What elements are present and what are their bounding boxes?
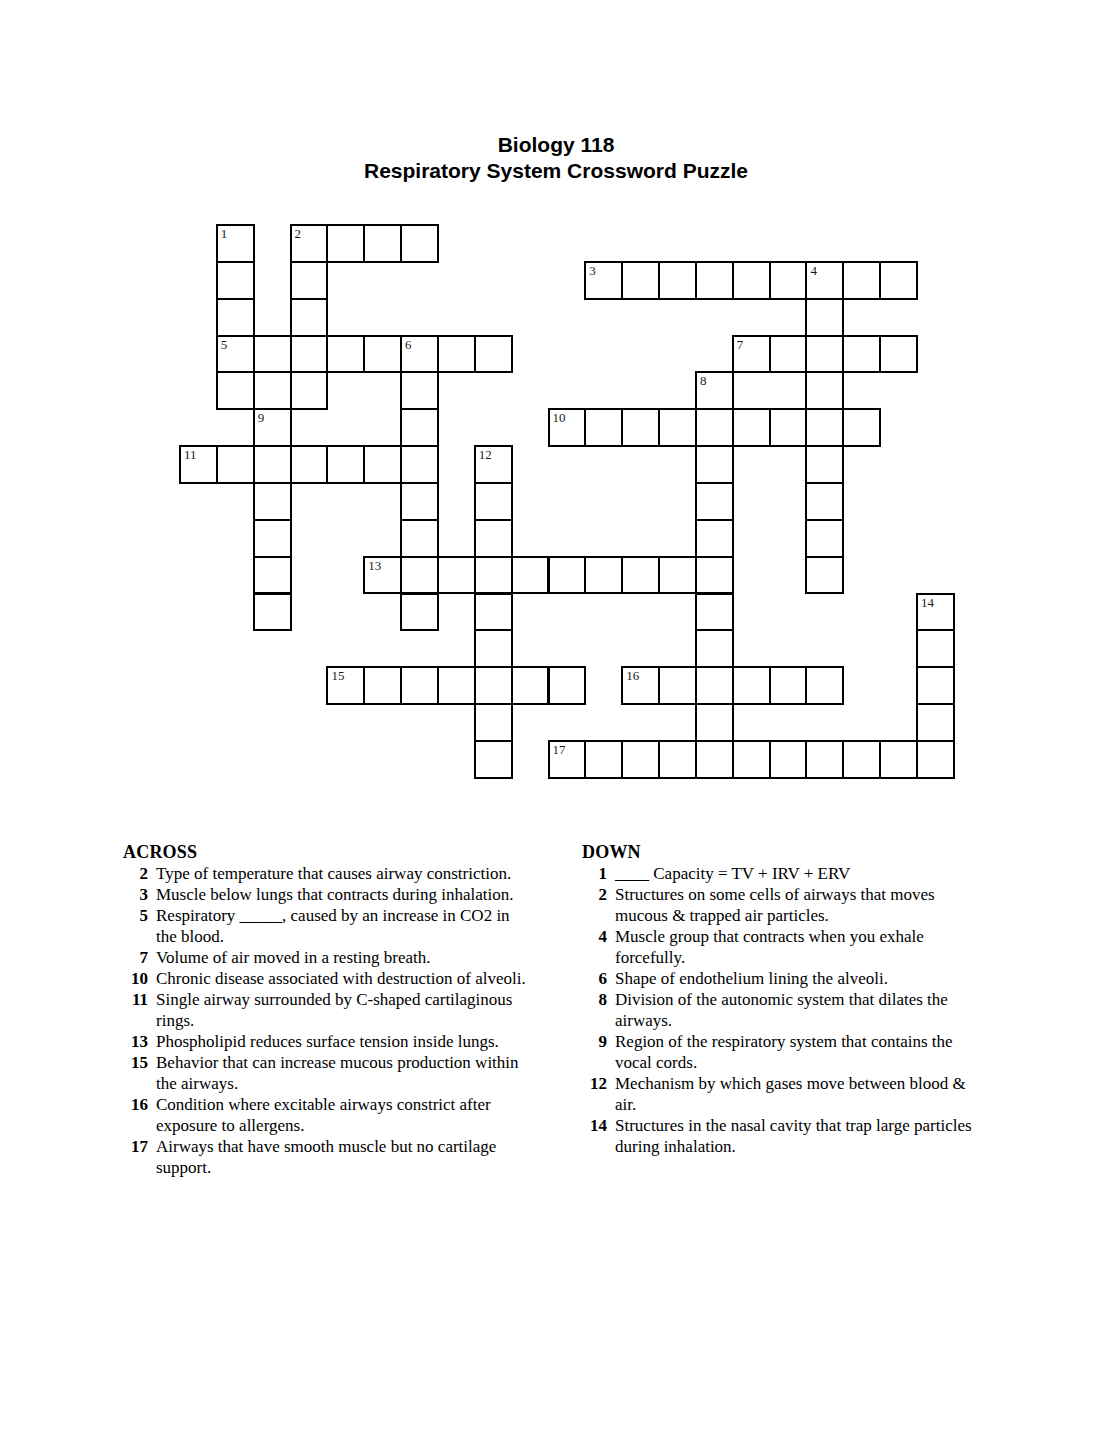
cell-r12c20[interactable] bbox=[916, 666, 955, 705]
across-clue-17: 17Airways that have smooth muscle but no… bbox=[123, 1136, 573, 1178]
clue-number: 11 bbox=[123, 989, 148, 1010]
cell-r0c1[interactable]: 1 bbox=[216, 224, 255, 263]
cell-r2c17[interactable] bbox=[805, 298, 844, 337]
down-clue-9: 9Region of the respiratory system that c… bbox=[582, 1031, 1032, 1073]
cell-number: 17 bbox=[553, 742, 566, 757]
page-title: Biology 118 Respiratory System Crossword… bbox=[0, 132, 1112, 184]
cell-r10c6[interactable] bbox=[400, 593, 439, 632]
cell-r14c14[interactable] bbox=[695, 740, 734, 779]
across-clue-13: 13Phospholipid reduces surface tension i… bbox=[123, 1031, 573, 1052]
cell-r14c19[interactable] bbox=[879, 740, 918, 779]
cell-r7c8[interactable] bbox=[474, 482, 513, 521]
across-clue-2: 2Type of temperature that causes airway … bbox=[123, 863, 573, 884]
cell-r4c2[interactable] bbox=[253, 371, 292, 410]
cell-r9c10[interactable] bbox=[548, 556, 587, 595]
down-header: DOWN bbox=[582, 842, 1032, 863]
clue-text: Type of temperature that causes airway c… bbox=[156, 863, 511, 884]
cell-r4c14[interactable]: 8 bbox=[695, 371, 734, 410]
down-clue-12: 12Mechanism by which gases move between … bbox=[582, 1073, 1032, 1115]
clue-number: 12 bbox=[582, 1073, 607, 1094]
cell-number: 5 bbox=[221, 337, 228, 352]
cell-r12c5[interactable] bbox=[363, 666, 402, 705]
cell-number: 1 bbox=[221, 226, 228, 241]
across-clue-5: 5Respiratory _____, caused by an increas… bbox=[123, 905, 573, 947]
cell-r6c5[interactable] bbox=[363, 445, 402, 484]
cell-r3c1[interactable]: 5 bbox=[216, 335, 255, 374]
clue-number: 16 bbox=[123, 1094, 148, 1115]
cell-r12c6[interactable] bbox=[400, 666, 439, 705]
clue-number: 4 bbox=[582, 926, 607, 947]
cell-r1c19[interactable] bbox=[879, 261, 918, 300]
clue-number: 9 bbox=[582, 1031, 607, 1052]
cell-r12c14[interactable] bbox=[695, 666, 734, 705]
cell-r5c6[interactable] bbox=[400, 408, 439, 447]
cell-r8c2[interactable] bbox=[253, 519, 292, 558]
cell-r13c14[interactable] bbox=[695, 703, 734, 742]
cell-r3c5[interactable] bbox=[363, 335, 402, 374]
cell-r5c10[interactable]: 10 bbox=[548, 408, 587, 447]
across-clue-list: 2Type of temperature that causes airway … bbox=[123, 863, 573, 1178]
cell-r10c2[interactable] bbox=[253, 593, 292, 632]
cell-number: 4 bbox=[810, 263, 817, 278]
down-clue-8: 8Division of the autonomic system that d… bbox=[582, 989, 1032, 1031]
clue-text: ____ Capacity = TV + IRV + ERV bbox=[615, 863, 850, 884]
cell-r8c6[interactable] bbox=[400, 519, 439, 558]
clue-text: Shape of endothelium lining the alveoli. bbox=[615, 968, 888, 989]
clue-number: 7 bbox=[123, 947, 148, 968]
cell-r12c4[interactable]: 15 bbox=[326, 666, 365, 705]
cell-number: 12 bbox=[479, 447, 492, 462]
clue-number: 8 bbox=[582, 989, 607, 1010]
cell-r1c12[interactable] bbox=[621, 261, 660, 300]
down-clue-6: 6Shape of endothelium lining the alveoli… bbox=[582, 968, 1032, 989]
cell-r3c7[interactable] bbox=[437, 335, 476, 374]
cell-r0c4[interactable] bbox=[326, 224, 365, 263]
cell-r12c15[interactable] bbox=[732, 666, 771, 705]
cell-r9c12[interactable] bbox=[621, 556, 660, 595]
cell-r0c3[interactable]: 2 bbox=[290, 224, 329, 263]
course-title: Biology 118 bbox=[0, 132, 1112, 158]
cell-number: 7 bbox=[737, 337, 744, 352]
cell-r10c14[interactable] bbox=[695, 593, 734, 632]
cell-r6c14[interactable] bbox=[695, 445, 734, 484]
cell-r14c11[interactable] bbox=[584, 740, 623, 779]
cell-r3c19[interactable] bbox=[879, 335, 918, 374]
cell-number: 9 bbox=[258, 410, 265, 425]
puzzle-title: Respiratory System Crossword Puzzle bbox=[0, 158, 1112, 184]
cell-r12c8[interactable] bbox=[474, 666, 513, 705]
cell-r10c20[interactable]: 14 bbox=[916, 593, 955, 632]
cell-r9c8[interactable] bbox=[474, 556, 513, 595]
across-clue-16: 16Condition where excitable airways cons… bbox=[123, 1094, 573, 1136]
cell-r9c5[interactable]: 13 bbox=[363, 556, 402, 595]
cell-r11c20[interactable] bbox=[916, 629, 955, 668]
cell-r3c18[interactable] bbox=[842, 335, 881, 374]
worksheet-page: Biology 118 Respiratory System Crossword… bbox=[0, 0, 1112, 1440]
cell-r1c11[interactable]: 3 bbox=[584, 261, 623, 300]
cell-r9c14[interactable] bbox=[695, 556, 734, 595]
cell-number: 6 bbox=[405, 337, 412, 352]
cell-r6c3[interactable] bbox=[290, 445, 329, 484]
cell-r12c7[interactable] bbox=[437, 666, 476, 705]
cell-r14c17[interactable] bbox=[805, 740, 844, 779]
across-clue-3: 3Muscle below lungs that contracts durin… bbox=[123, 884, 573, 905]
cell-r4c17[interactable] bbox=[805, 371, 844, 410]
cell-number: 13 bbox=[368, 558, 381, 573]
clue-text: Airways that have smooth muscle but no c… bbox=[156, 1136, 496, 1178]
cell-r5c12[interactable] bbox=[621, 408, 660, 447]
cell-r6c17[interactable] bbox=[805, 445, 844, 484]
clue-number: 3 bbox=[123, 884, 148, 905]
cell-r5c2[interactable]: 9 bbox=[253, 408, 292, 447]
cell-r0c6[interactable] bbox=[400, 224, 439, 263]
cell-r7c2[interactable] bbox=[253, 482, 292, 521]
cell-r9c2[interactable] bbox=[253, 556, 292, 595]
cell-r14c16[interactable] bbox=[769, 740, 808, 779]
cell-r5c14[interactable] bbox=[695, 408, 734, 447]
cell-r9c17[interactable] bbox=[805, 556, 844, 595]
cell-r14c18[interactable] bbox=[842, 740, 881, 779]
cell-r12c10[interactable] bbox=[548, 666, 587, 705]
cell-r4c1[interactable] bbox=[216, 371, 255, 410]
across-header: ACROSS bbox=[123, 842, 573, 863]
cell-r3c17[interactable] bbox=[805, 335, 844, 374]
down-clue-2: 2Structures on some cells of airways tha… bbox=[582, 884, 1032, 926]
cell-r12c17[interactable] bbox=[805, 666, 844, 705]
clue-number: 2 bbox=[123, 863, 148, 884]
clue-text: Muscle group that contracts when you exh… bbox=[615, 926, 924, 968]
cell-r14c20[interactable] bbox=[916, 740, 955, 779]
clue-text: Single airway surrounded by C-shaped car… bbox=[156, 989, 512, 1031]
across-clue-7: 7Volume of air moved in a resting breath… bbox=[123, 947, 573, 968]
cell-r5c13[interactable] bbox=[658, 408, 697, 447]
cell-r12c16[interactable] bbox=[769, 666, 808, 705]
clue-text: Phospholipid reduces surface tension ins… bbox=[156, 1031, 499, 1052]
clue-text: Condition where excitable airways constr… bbox=[156, 1094, 491, 1136]
clue-number: 2 bbox=[582, 884, 607, 905]
cell-r7c17[interactable] bbox=[805, 482, 844, 521]
cell-r6c0[interactable]: 11 bbox=[179, 445, 218, 484]
clue-text: Chronic disease associated with destruct… bbox=[156, 968, 526, 989]
cell-r3c2[interactable] bbox=[253, 335, 292, 374]
cell-r9c7[interactable] bbox=[437, 556, 476, 595]
cell-r5c15[interactable] bbox=[732, 408, 771, 447]
cell-r2c1[interactable] bbox=[216, 298, 255, 337]
cell-r6c6[interactable] bbox=[400, 445, 439, 484]
down-clue-14: 14Structures in the nasal cavity that tr… bbox=[582, 1115, 1032, 1157]
clue-number: 10 bbox=[123, 968, 148, 989]
cell-r14c8[interactable] bbox=[474, 740, 513, 779]
down-clues-section: DOWN 1____ Capacity = TV + IRV + ERV2Str… bbox=[582, 842, 1032, 1157]
cell-r4c6[interactable] bbox=[400, 371, 439, 410]
cell-r3c6[interactable]: 6 bbox=[400, 335, 439, 374]
cell-number: 3 bbox=[589, 263, 596, 278]
cell-r3c15[interactable]: 7 bbox=[732, 335, 771, 374]
cell-r3c3[interactable] bbox=[290, 335, 329, 374]
cell-number: 10 bbox=[553, 410, 566, 425]
clue-text: Behavior that can increase mucous produc… bbox=[156, 1052, 519, 1094]
clue-text: Mechanism by which gases move between bl… bbox=[615, 1073, 966, 1115]
cell-r5c18[interactable] bbox=[842, 408, 881, 447]
across-clue-15: 15Behavior that can increase mucous prod… bbox=[123, 1052, 573, 1094]
cell-r1c14[interactable] bbox=[695, 261, 734, 300]
cell-r9c13[interactable] bbox=[658, 556, 697, 595]
clue-number: 15 bbox=[123, 1052, 148, 1073]
cell-r6c2[interactable] bbox=[253, 445, 292, 484]
clue-text: Muscle below lungs that contracts during… bbox=[156, 884, 513, 905]
cell-r14c10[interactable]: 17 bbox=[548, 740, 587, 779]
cell-r5c16[interactable] bbox=[769, 408, 808, 447]
cell-number: 2 bbox=[295, 226, 302, 241]
clue-number: 17 bbox=[123, 1136, 148, 1157]
down-clue-4: 4Muscle group that contracts when you ex… bbox=[582, 926, 1032, 968]
cell-r6c8[interactable]: 12 bbox=[474, 445, 513, 484]
cell-r1c18[interactable] bbox=[842, 261, 881, 300]
across-clue-11: 11Single airway surrounded by C-shaped c… bbox=[123, 989, 573, 1031]
cell-r8c17[interactable] bbox=[805, 519, 844, 558]
cell-r4c3[interactable] bbox=[290, 371, 329, 410]
across-clue-10: 10Chronic disease associated with destru… bbox=[123, 968, 573, 989]
clue-text: Volume of air moved in a resting breath. bbox=[156, 947, 430, 968]
crossword-grid: 1234567891011121314151617 bbox=[180, 225, 956, 781]
cell-r10c8[interactable] bbox=[474, 593, 513, 632]
cell-r1c3[interactable] bbox=[290, 261, 329, 300]
cell-r1c15[interactable] bbox=[732, 261, 771, 300]
cell-r6c1[interactable] bbox=[216, 445, 255, 484]
cell-r3c4[interactable] bbox=[326, 335, 365, 374]
cell-r12c9[interactable] bbox=[511, 666, 550, 705]
cell-r14c13[interactable] bbox=[658, 740, 697, 779]
cell-r6c4[interactable] bbox=[326, 445, 365, 484]
cell-number: 11 bbox=[184, 447, 197, 462]
cell-r3c8[interactable] bbox=[474, 335, 513, 374]
cell-r2c3[interactable] bbox=[290, 298, 329, 337]
cell-number: 14 bbox=[921, 595, 934, 610]
clue-number: 1 bbox=[582, 863, 607, 884]
cell-r3c16[interactable] bbox=[769, 335, 808, 374]
cell-r1c17[interactable]: 4 bbox=[805, 261, 844, 300]
cell-number: 16 bbox=[626, 668, 639, 683]
cell-r7c14[interactable] bbox=[695, 482, 734, 521]
cell-r8c8[interactable] bbox=[474, 519, 513, 558]
cell-r1c1[interactable] bbox=[216, 261, 255, 300]
cell-r12c13[interactable] bbox=[658, 666, 697, 705]
down-clue-1: 1____ Capacity = TV + IRV + ERV bbox=[582, 863, 1032, 884]
clue-number: 5 bbox=[123, 905, 148, 926]
cell-r1c16[interactable] bbox=[769, 261, 808, 300]
cell-r1c13[interactable] bbox=[658, 261, 697, 300]
cell-r12c12[interactable]: 16 bbox=[621, 666, 660, 705]
clue-text: Division of the autonomic system that di… bbox=[615, 989, 948, 1031]
cell-r11c8[interactable] bbox=[474, 629, 513, 668]
clue-text: Region of the respiratory system that co… bbox=[615, 1031, 953, 1073]
cell-r0c5[interactable] bbox=[363, 224, 402, 263]
cell-r9c11[interactable] bbox=[584, 556, 623, 595]
clue-text: Respiratory _____, caused by an increase… bbox=[156, 905, 510, 947]
cell-r14c15[interactable] bbox=[732, 740, 771, 779]
cell-r5c17[interactable] bbox=[805, 408, 844, 447]
clue-number: 6 bbox=[582, 968, 607, 989]
clue-number: 13 bbox=[123, 1031, 148, 1052]
clue-number: 14 bbox=[582, 1115, 607, 1136]
cell-r14c12[interactable] bbox=[621, 740, 660, 779]
cell-r13c8[interactable] bbox=[474, 703, 513, 742]
cell-r9c6[interactable] bbox=[400, 556, 439, 595]
cell-number: 8 bbox=[700, 373, 707, 388]
cell-r8c14[interactable] bbox=[695, 519, 734, 558]
across-clues-section: ACROSS 2Type of temperature that causes … bbox=[123, 842, 573, 1178]
cell-r9c9[interactable] bbox=[511, 556, 550, 595]
clue-text: Structures on some cells of airways that… bbox=[615, 884, 935, 926]
cell-r11c14[interactable] bbox=[695, 629, 734, 668]
cell-r13c20[interactable] bbox=[916, 703, 955, 742]
cell-r7c6[interactable] bbox=[400, 482, 439, 521]
down-clue-list: 1____ Capacity = TV + IRV + ERV2Structur… bbox=[582, 863, 1032, 1157]
cell-number: 15 bbox=[331, 668, 344, 683]
cell-r5c11[interactable] bbox=[584, 408, 623, 447]
clue-text: Structures in the nasal cavity that trap… bbox=[615, 1115, 972, 1157]
